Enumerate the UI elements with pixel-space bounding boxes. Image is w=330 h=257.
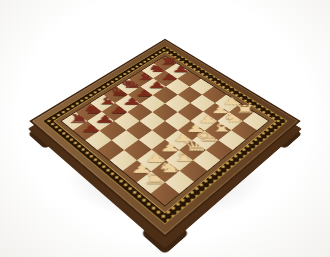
piece-black-pawn-a7[interactable]: ♟	[80, 122, 103, 133]
square-b4[interactable]	[124, 139, 151, 159]
chess-set-photo: ♜♞♝♛♚♝♞♜♟♟♟♟♟♟♟♟♟♟♟♟♟♟♟♟♜♞♝♛♚♝♞♜	[0, 0, 330, 257]
